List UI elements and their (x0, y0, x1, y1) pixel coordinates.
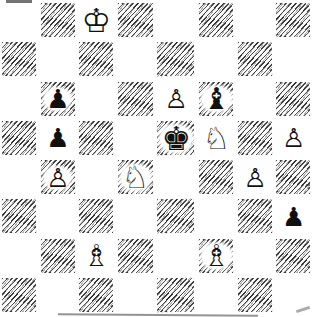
square-d6 (116, 80, 156, 119)
square-g7 (236, 40, 275, 79)
square-a4 (0, 158, 39, 197)
square-a1 (0, 276, 39, 315)
square-b6: ♟ (39, 80, 78, 119)
square-g8 (236, 1, 275, 40)
square-e5: ♚ (155, 119, 197, 158)
square-h3: ♟ (274, 197, 313, 236)
square-a6 (0, 80, 39, 119)
square-e3 (155, 197, 197, 236)
square-d3 (116, 197, 156, 236)
square-d7 (116, 40, 156, 79)
square-f3 (197, 197, 236, 236)
piece-white-pawn-h5: ♙ (282, 125, 305, 151)
square-c5 (77, 119, 116, 158)
square-a7 (0, 40, 39, 79)
square-d1 (116, 276, 156, 315)
piece-white-bishop-c2: ♗ (83, 241, 110, 271)
piece-black-pawn-b6: ♟ (40, 85, 75, 113)
square-e4 (155, 158, 197, 197)
square-b1 (39, 276, 78, 315)
square-f7 (197, 40, 236, 79)
square-g6 (236, 80, 275, 119)
scanned-diagram-page: ♔♟♙♝♟♚♘♙♙♘♙♟♗♗ (0, 0, 313, 317)
square-d8 (116, 1, 156, 40)
square-a5 (0, 119, 39, 158)
square-f6: ♝ (197, 80, 236, 119)
square-c8: ♔ (77, 1, 116, 40)
square-d5 (116, 119, 156, 158)
square-b8 (39, 1, 78, 40)
chess-board: ♔♟♙♝♟♚♘♙♙♘♙♟♗♗ (0, 1, 313, 315)
square-g1 (236, 276, 275, 315)
square-g4: ♙ (236, 158, 275, 197)
square-e1 (155, 276, 197, 315)
square-a2 (0, 237, 39, 276)
piece-white-knight-d4: ♘ (116, 161, 156, 194)
square-f4 (197, 158, 236, 197)
square-b7 (39, 40, 78, 79)
piece-white-pawn-b4: ♙ (40, 164, 75, 192)
square-h6 (274, 80, 313, 119)
square-e6: ♙ (155, 80, 197, 119)
square-c3 (77, 197, 116, 236)
piece-white-pawn-g4: ♙ (244, 165, 267, 191)
print-smudge (58, 313, 258, 316)
square-c1 (77, 276, 116, 315)
square-h5: ♙ (274, 119, 313, 158)
square-h7 (274, 40, 313, 79)
piece-white-king-c8: ♔ (82, 4, 112, 37)
square-c4 (77, 158, 116, 197)
square-c6 (77, 80, 116, 119)
piece-black-king-e5: ♚ (155, 121, 197, 156)
square-f8 (197, 1, 236, 40)
square-b3 (39, 197, 78, 236)
square-f5: ♘ (197, 119, 236, 158)
square-b5: ♟ (39, 119, 78, 158)
square-h8 (274, 1, 313, 40)
piece-white-bishop-f2: ♗ (197, 240, 236, 272)
square-h2 (274, 237, 313, 276)
print-smudge (306, 184, 310, 186)
square-d4: ♘ (116, 158, 156, 197)
piece-white-knight-f5: ♘ (203, 123, 231, 154)
piece-white-pawn-e6: ♙ (165, 86, 188, 112)
square-e8 (155, 1, 197, 40)
piece-black-pawn-b5: ♟ (46, 125, 69, 151)
square-c2: ♗ (77, 237, 116, 276)
square-b2 (39, 237, 78, 276)
square-d2 (116, 237, 156, 276)
square-b4: ♙ (39, 158, 78, 197)
square-a3 (0, 197, 39, 236)
square-f2: ♗ (197, 237, 236, 276)
square-g2 (236, 237, 275, 276)
square-e2 (155, 237, 197, 276)
square-c7 (77, 40, 116, 79)
square-h4 (274, 158, 313, 197)
piece-black-pawn-h3: ♟ (282, 204, 305, 230)
piece-black-bishop-f6: ♝ (197, 83, 236, 115)
print-smudge (6, 0, 32, 3)
square-g3 (236, 197, 275, 236)
square-g5 (236, 119, 275, 158)
square-f1 (197, 276, 236, 315)
square-a8 (0, 1, 39, 40)
square-e7 (155, 40, 197, 79)
